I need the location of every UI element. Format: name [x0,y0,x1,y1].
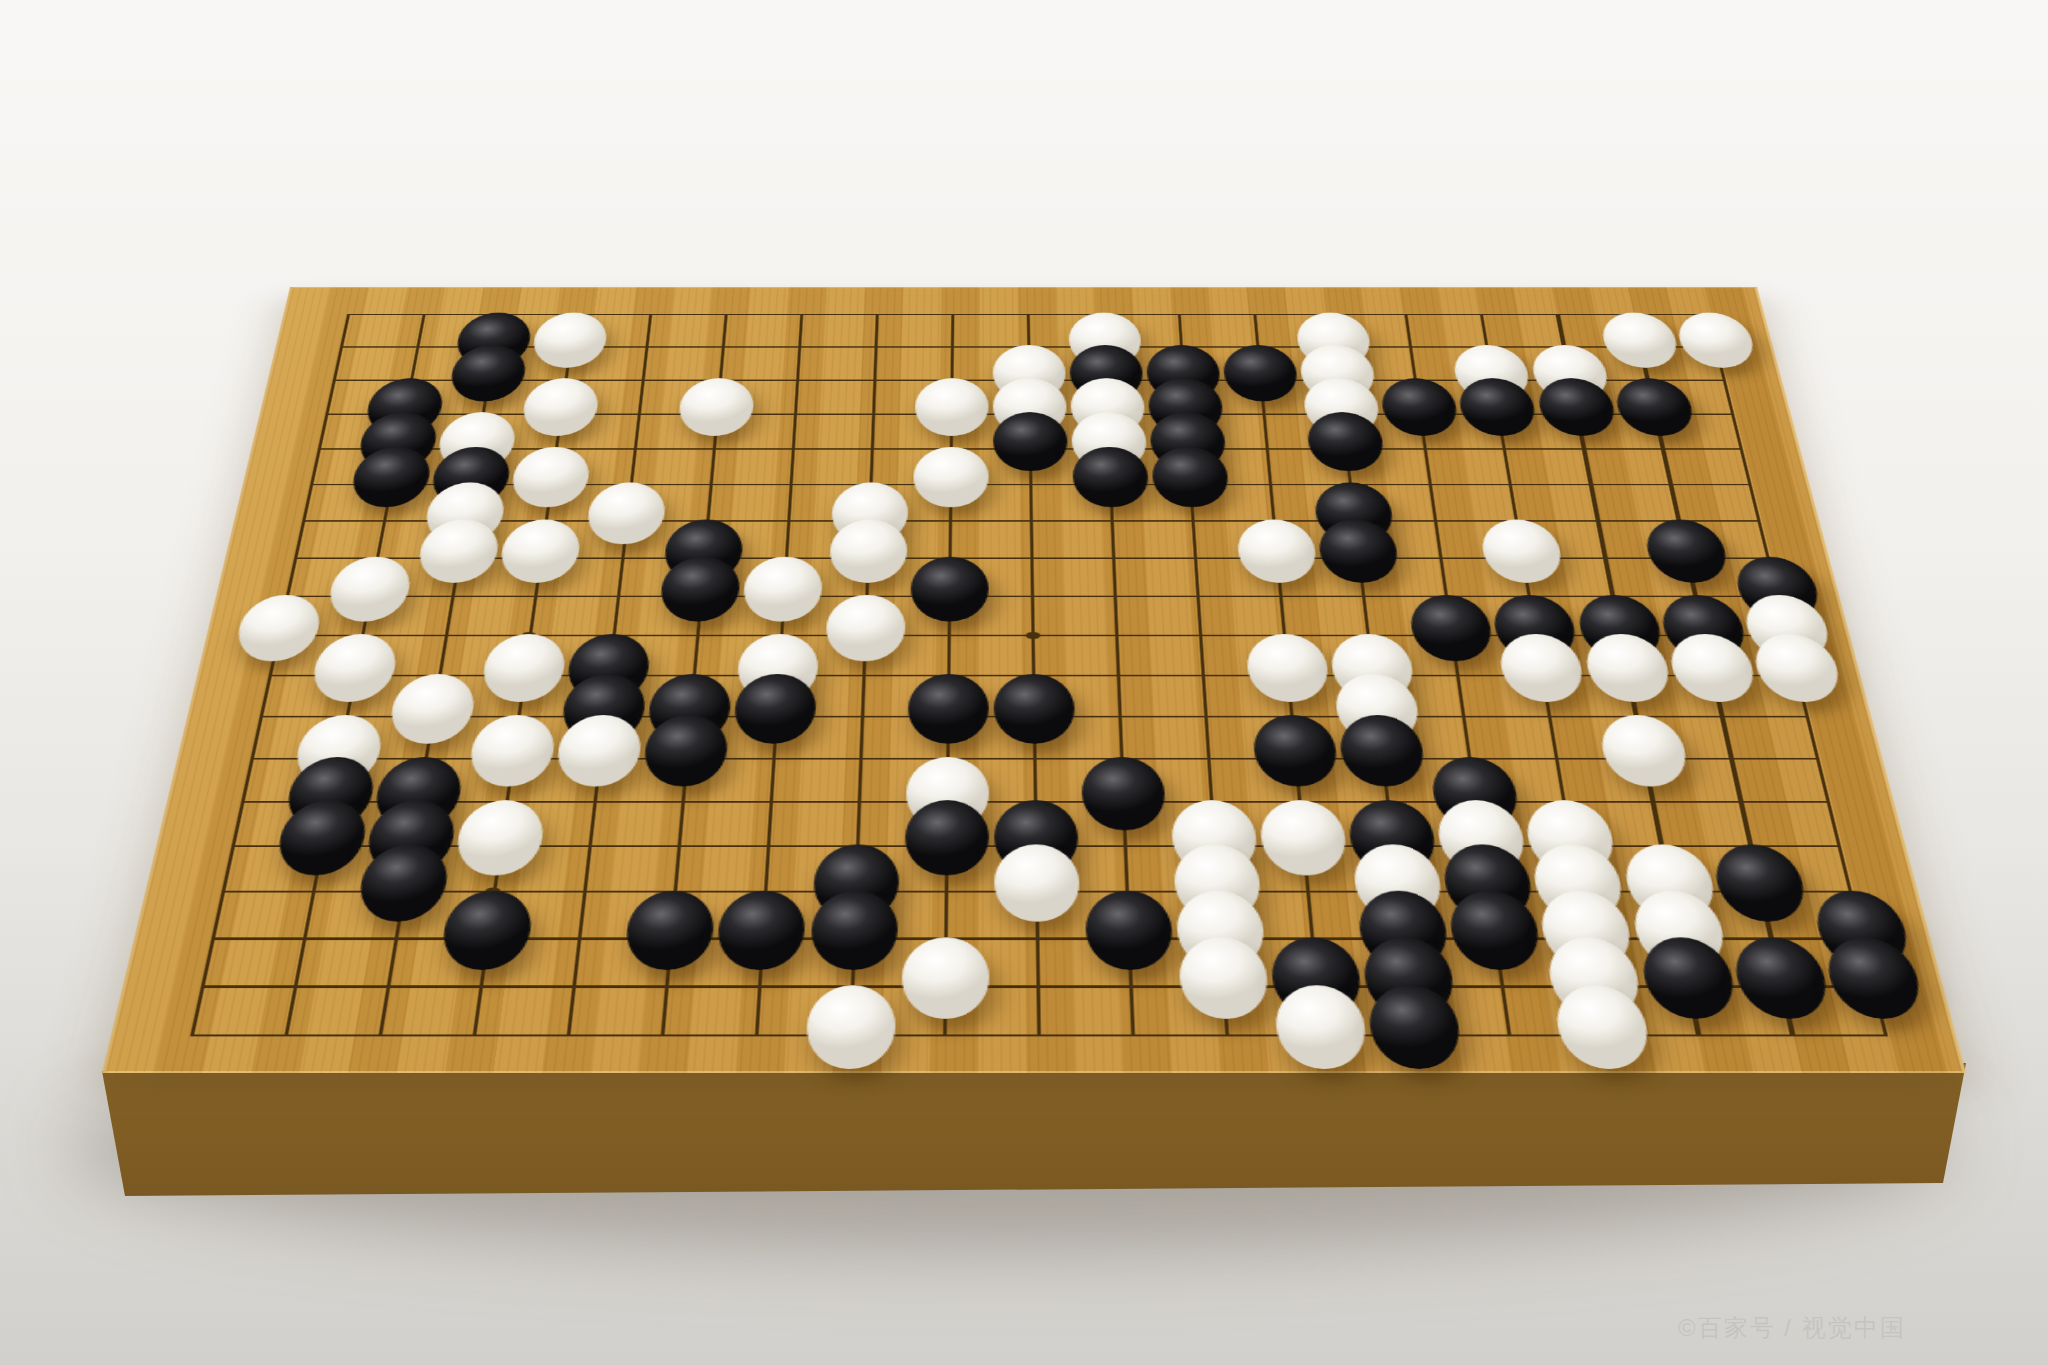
go-stone-white [994,845,1080,922]
go-stone-black [993,412,1068,471]
watermark-text: ©百家号 / 视觉中国 [1678,1312,1906,1344]
go-stone-black [910,557,989,622]
photo-stage: ©百家号 / 视觉中国 [0,0,2048,1365]
go-stone-black [907,674,988,744]
go-stone-black [904,800,989,875]
star-point-icon [1025,632,1040,639]
go-stone-white [900,937,988,1019]
go-stone-white [912,447,988,507]
go-board [102,287,1966,1073]
go-stone-white [914,378,988,436]
go-stone-black [993,674,1075,744]
